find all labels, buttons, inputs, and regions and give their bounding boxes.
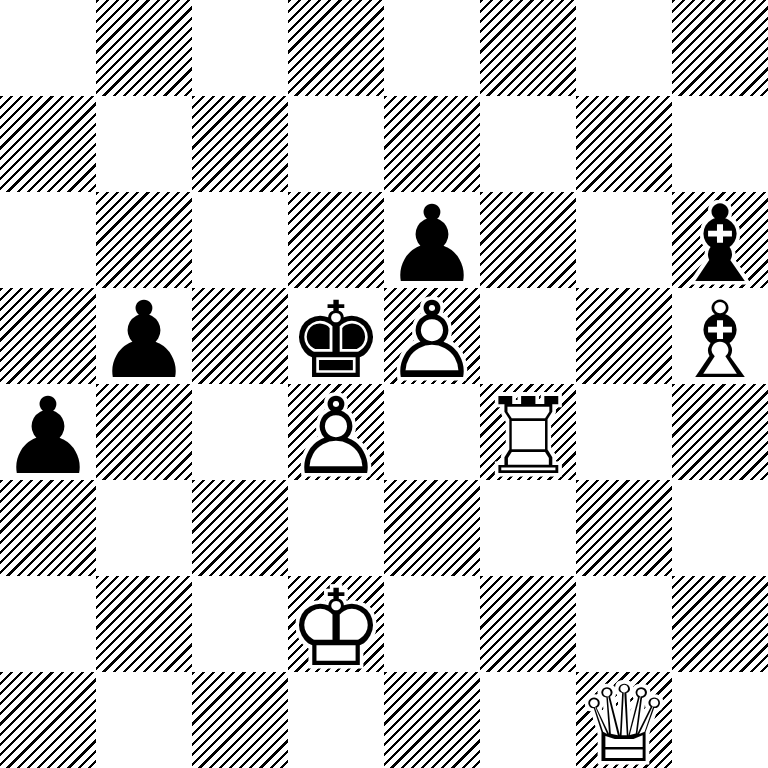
- square-b3[interactable]: [96, 480, 192, 576]
- square-b7[interactable]: [96, 96, 192, 192]
- square-b5[interactable]: ♟♟: [96, 288, 192, 384]
- square-h7[interactable]: [672, 96, 768, 192]
- piece-black-pawn[interactable]: ♟: [0, 389, 96, 485]
- square-e1[interactable]: [384, 672, 480, 768]
- piece-white-queen[interactable]: ♕: [576, 677, 672, 768]
- square-g3[interactable]: [576, 480, 672, 576]
- square-a2[interactable]: [0, 576, 96, 672]
- square-f4[interactable]: ♜♖: [480, 384, 576, 480]
- piece-white-king[interactable]: ♔: [288, 581, 384, 677]
- square-f2[interactable]: [480, 576, 576, 672]
- square-g1[interactable]: ♛♕: [576, 672, 672, 768]
- square-c1[interactable]: [192, 672, 288, 768]
- square-d5[interactable]: ♚♚: [288, 288, 384, 384]
- square-h5[interactable]: ♝♗: [672, 288, 768, 384]
- square-a1[interactable]: [0, 672, 96, 768]
- square-d8[interactable]: [288, 0, 384, 96]
- square-h3[interactable]: [672, 480, 768, 576]
- square-d4[interactable]: ♟♙: [288, 384, 384, 480]
- square-h4[interactable]: [672, 384, 768, 480]
- square-d2[interactable]: ♚♔: [288, 576, 384, 672]
- square-d6[interactable]: [288, 192, 384, 288]
- piece-black-king[interactable]: ♚: [288, 293, 384, 389]
- square-c3[interactable]: [192, 480, 288, 576]
- square-c2[interactable]: [192, 576, 288, 672]
- square-c8[interactable]: [192, 0, 288, 96]
- white-queen-halo: ♛: [576, 677, 672, 768]
- square-g2[interactable]: [576, 576, 672, 672]
- square-e6[interactable]: ♟♟: [384, 192, 480, 288]
- square-b6[interactable]: [96, 192, 192, 288]
- square-f8[interactable]: [480, 0, 576, 96]
- square-g6[interactable]: [576, 192, 672, 288]
- square-f7[interactable]: [480, 96, 576, 192]
- white-king-halo: ♚: [288, 581, 384, 677]
- white-pawn-halo: ♟: [384, 293, 480, 389]
- square-f3[interactable]: [480, 480, 576, 576]
- square-b4[interactable]: [96, 384, 192, 480]
- square-c6[interactable]: [192, 192, 288, 288]
- white-rook-halo: ♜: [480, 389, 576, 485]
- square-c7[interactable]: [192, 96, 288, 192]
- square-b8[interactable]: [96, 0, 192, 96]
- square-c5[interactable]: [192, 288, 288, 384]
- square-b1[interactable]: [96, 672, 192, 768]
- black-pawn-halo: ♟: [96, 293, 192, 389]
- piece-black-bishop[interactable]: ♝: [672, 197, 768, 293]
- chess-board: ♟♟♝♝♟♟♚♚♟♙♝♗♟♟♟♙♜♖♚♔♛♕: [0, 0, 768, 768]
- square-e3[interactable]: [384, 480, 480, 576]
- square-d1[interactable]: [288, 672, 384, 768]
- piece-white-pawn[interactable]: ♙: [288, 389, 384, 485]
- piece-white-rook[interactable]: ♖: [480, 389, 576, 485]
- square-a8[interactable]: [0, 0, 96, 96]
- square-h1[interactable]: [672, 672, 768, 768]
- square-a4[interactable]: ♟♟: [0, 384, 96, 480]
- white-bishop-halo: ♝: [672, 293, 768, 389]
- square-a6[interactable]: [0, 192, 96, 288]
- black-bishop-halo: ♝: [672, 197, 768, 293]
- square-h8[interactable]: [672, 0, 768, 96]
- square-d3[interactable]: [288, 480, 384, 576]
- black-king-halo: ♚: [288, 293, 384, 389]
- black-pawn-halo: ♟: [0, 389, 96, 485]
- square-f6[interactable]: [480, 192, 576, 288]
- square-e8[interactable]: [384, 0, 480, 96]
- square-h2[interactable]: [672, 576, 768, 672]
- square-g5[interactable]: [576, 288, 672, 384]
- square-d7[interactable]: [288, 96, 384, 192]
- piece-black-pawn[interactable]: ♟: [96, 293, 192, 389]
- square-a5[interactable]: [0, 288, 96, 384]
- square-a7[interactable]: [0, 96, 96, 192]
- white-pawn-halo: ♟: [288, 389, 384, 485]
- piece-white-pawn[interactable]: ♙: [384, 293, 480, 389]
- square-f1[interactable]: [480, 672, 576, 768]
- square-g4[interactable]: [576, 384, 672, 480]
- black-pawn-halo: ♟: [384, 197, 480, 293]
- square-g7[interactable]: [576, 96, 672, 192]
- square-a3[interactable]: [0, 480, 96, 576]
- square-h6[interactable]: ♝♝: [672, 192, 768, 288]
- square-e4[interactable]: [384, 384, 480, 480]
- square-g8[interactable]: [576, 0, 672, 96]
- square-e5[interactable]: ♟♙: [384, 288, 480, 384]
- piece-black-pawn[interactable]: ♟: [384, 197, 480, 293]
- square-f5[interactable]: [480, 288, 576, 384]
- square-e2[interactable]: [384, 576, 480, 672]
- square-b2[interactable]: [96, 576, 192, 672]
- square-c4[interactable]: [192, 384, 288, 480]
- square-e7[interactable]: [384, 96, 480, 192]
- piece-white-bishop[interactable]: ♗: [672, 293, 768, 389]
